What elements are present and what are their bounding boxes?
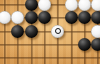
intersection[interactable] (24, 11, 37, 24)
white-stone (91, 25, 100, 38)
white-stone (91, 0, 100, 11)
last-move-marker-icon (55, 28, 61, 34)
white-stone (51, 25, 64, 38)
intersection[interactable] (91, 24, 100, 37)
intersection[interactable] (0, 51, 11, 64)
intersection[interactable] (78, 38, 91, 51)
black-stone (25, 0, 38, 11)
intersection[interactable] (11, 0, 24, 11)
intersection[interactable] (64, 24, 77, 37)
intersection[interactable] (51, 51, 64, 64)
intersection[interactable] (51, 24, 64, 37)
black-stone (25, 11, 38, 24)
intersection[interactable] (91, 51, 100, 64)
intersection[interactable] (11, 11, 24, 24)
intersection[interactable] (64, 38, 77, 51)
intersection[interactable] (38, 0, 51, 11)
intersection[interactable] (78, 11, 91, 24)
black-stone (11, 25, 24, 38)
intersection[interactable] (38, 11, 51, 24)
intersection[interactable] (0, 38, 11, 51)
intersection[interactable] (91, 38, 100, 51)
black-stone (65, 11, 78, 24)
board-intersections (0, 0, 100, 64)
intersection[interactable] (78, 51, 91, 64)
black-stone (78, 11, 91, 24)
intersection[interactable] (78, 24, 91, 37)
intersection[interactable] (0, 11, 11, 24)
intersection[interactable] (11, 38, 24, 51)
intersection[interactable] (38, 38, 51, 51)
white-stone (78, 0, 91, 11)
intersection[interactable] (38, 24, 51, 37)
intersection[interactable] (78, 0, 91, 11)
intersection[interactable] (24, 51, 37, 64)
intersection[interactable] (64, 11, 77, 24)
intersection[interactable] (38, 51, 51, 64)
intersection[interactable] (51, 38, 64, 51)
black-stone (91, 11, 100, 24)
black-stone (78, 38, 91, 51)
intersection[interactable] (91, 0, 100, 11)
intersection[interactable] (51, 0, 64, 11)
intersection[interactable] (11, 51, 24, 64)
intersection[interactable] (0, 24, 11, 37)
white-stone (0, 11, 11, 24)
white-stone (38, 0, 51, 11)
intersection[interactable] (0, 0, 11, 11)
intersection[interactable] (64, 0, 77, 11)
intersection[interactable] (24, 38, 37, 51)
go-board (0, 0, 100, 64)
intersection[interactable] (64, 51, 77, 64)
intersection[interactable] (11, 24, 24, 37)
intersection[interactable] (24, 0, 37, 11)
intersection[interactable] (91, 11, 100, 24)
intersection[interactable] (24, 24, 37, 37)
black-stone (25, 25, 38, 38)
intersection[interactable] (51, 11, 64, 24)
black-stone (38, 11, 51, 24)
white-stone (11, 11, 24, 24)
black-stone (91, 38, 100, 51)
white-stone (65, 0, 78, 11)
